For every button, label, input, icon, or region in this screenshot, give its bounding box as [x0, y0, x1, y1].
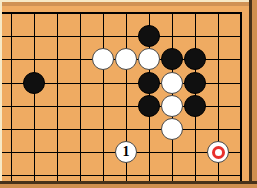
grid-line-horizontal: [2, 175, 242, 176]
black-stone: [138, 95, 160, 117]
black-stone: [23, 72, 45, 94]
black-stone: [138, 72, 160, 94]
black-stone: [138, 25, 160, 47]
grid-line-vertical: [34, 12, 35, 182]
frame-left-highlight: [0, 0, 2, 188]
black-stone: [184, 95, 206, 117]
black-stone: [161, 48, 183, 70]
grid-line-vertical: [103, 12, 104, 182]
move-number-label: 1: [123, 145, 130, 159]
frame-top-band: [0, 2, 257, 6]
grid-line-horizontal: [2, 36, 242, 37]
circle-mark-icon: [212, 146, 225, 159]
go-board: 1: [0, 0, 257, 188]
grid-line-horizontal: [2, 106, 242, 107]
circle-marked-white-stone: [207, 141, 229, 163]
white-stone: [161, 72, 183, 94]
grid-line-vertical: [80, 12, 81, 182]
white-stone: [161, 95, 183, 117]
grid-line-horizontal: [2, 12, 242, 14]
white-stone: [92, 48, 114, 70]
white-stone: [115, 48, 137, 70]
grid-line-vertical: [57, 12, 58, 182]
go-diagram: 1: [0, 0, 257, 188]
grid-line-vertical: [11, 12, 12, 182]
white-stone: [138, 48, 160, 70]
white-stone: [161, 118, 183, 140]
grid-line-vertical: [240, 12, 242, 182]
grid-line-horizontal: [2, 129, 242, 130]
black-stone: [184, 48, 206, 70]
frame-right-outer: [252, 0, 257, 188]
white-stone-move-1: 1: [115, 141, 137, 163]
black-stone: [184, 72, 206, 94]
frame-bottom-outer: [0, 184, 257, 188]
